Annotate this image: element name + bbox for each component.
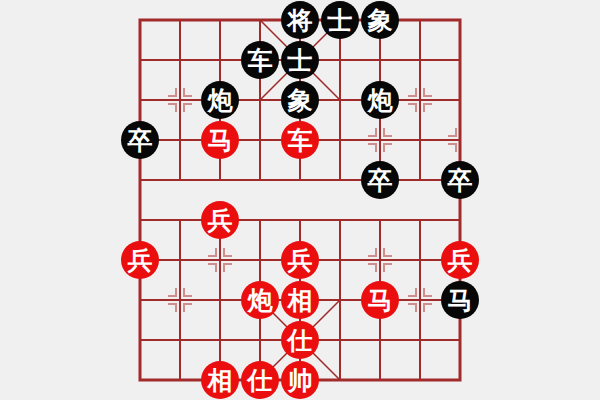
piece-black-advisor[interactable]: 士 (321, 1, 359, 39)
piece-red-soldier[interactable]: 兵 (281, 241, 319, 279)
piece-black-cannon[interactable]: 炮 (361, 81, 399, 119)
piece-black-elephant[interactable]: 象 (281, 81, 319, 119)
piece-black-soldier[interactable]: 卒 (441, 161, 479, 199)
piece-red-elephant[interactable]: 相 (201, 361, 239, 399)
piece-red-cannon[interactable]: 炮 (241, 281, 279, 319)
piece-black-horse[interactable]: 马 (441, 281, 479, 319)
piece-black-cannon[interactable]: 炮 (201, 81, 239, 119)
piece-red-elephant[interactable]: 相 (281, 281, 319, 319)
piece-red-soldier[interactable]: 兵 (201, 201, 239, 239)
xiangqi-board-screenshot: 将士象车士炮象炮卒马车卒卒兵兵兵兵炮相马马仕相仕帅 (0, 0, 600, 400)
piece-red-horse[interactable]: 马 (201, 121, 239, 159)
piece-red-advisor[interactable]: 仕 (241, 361, 279, 399)
piece-red-soldier[interactable]: 兵 (441, 241, 479, 279)
piece-black-soldier[interactable]: 卒 (361, 161, 399, 199)
piece-red-horse[interactable]: 马 (361, 281, 399, 319)
xiangqi-board: 将士象车士炮象炮卒马车卒卒兵兵兵兵炮相马马仕相仕帅 (120, 0, 480, 400)
piece-red-chariot[interactable]: 车 (281, 121, 319, 159)
piece-black-elephant[interactable]: 象 (361, 1, 399, 39)
piece-red-general[interactable]: 帅 (281, 361, 319, 399)
piece-red-soldier[interactable]: 兵 (121, 241, 159, 279)
piece-black-advisor[interactable]: 士 (281, 41, 319, 79)
piece-black-soldier[interactable]: 卒 (121, 121, 159, 159)
piece-red-advisor[interactable]: 仕 (281, 321, 319, 359)
piece-black-general[interactable]: 将 (281, 1, 319, 39)
piece-black-chariot[interactable]: 车 (241, 41, 279, 79)
